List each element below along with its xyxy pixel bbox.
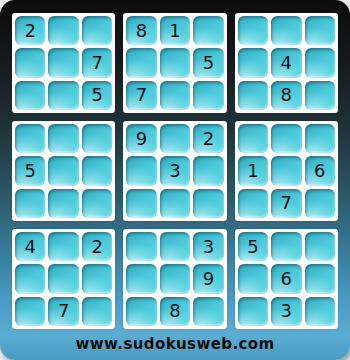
given-digit-r5c9: 6 [314,162,325,180]
cell-r2c7[interactable] [238,48,268,77]
given-digit-r9c2: 7 [58,302,69,320]
cell-r6c2[interactable] [48,189,78,218]
cell-r6c5[interactable] [160,189,190,218]
cell-r4c8[interactable] [271,124,301,153]
cell-r9c4[interactable] [126,297,156,326]
given-digit-r5c1: 5 [24,162,35,180]
cell-r1c6[interactable] [193,16,223,45]
cell-r1c2[interactable] [48,16,78,45]
cell-r2c2[interactable] [48,48,78,77]
cell-r9c5: 8 [160,297,190,326]
cell-r2c4[interactable] [126,48,156,77]
given-digit-r3c3: 5 [91,86,102,104]
cell-r6c1[interactable] [15,189,45,218]
cell-r5c9: 6 [305,156,335,185]
cell-r5c4[interactable] [126,156,156,185]
given-digit-r5c5: 3 [169,162,180,180]
cell-r6c7[interactable] [238,189,268,218]
cell-r8c8: 6 [271,264,301,293]
cell-r4c2[interactable] [48,124,78,153]
cell-r8c7[interactable] [238,264,268,293]
cell-r2c9[interactable] [305,48,335,77]
cell-r8c9[interactable] [305,264,335,293]
cell-r2c5[interactable] [160,48,190,77]
cell-r5c3[interactable] [82,156,112,185]
sudoku-box-7: 427 [12,229,115,329]
cell-r3c9[interactable] [305,81,335,110]
cell-r1c9[interactable] [305,16,335,45]
cell-r3c8: 8 [271,81,301,110]
cell-r5c7: 1 [238,156,268,185]
cell-r2c3: 7 [82,48,112,77]
cell-r5c2[interactable] [48,156,78,185]
given-digit-r1c1: 2 [24,22,35,40]
given-digit-r7c7: 5 [247,238,258,256]
given-digit-r7c3: 2 [91,238,102,256]
cell-r7c5[interactable] [160,232,190,261]
cell-r5c1: 5 [15,156,45,185]
cell-r1c8[interactable] [271,16,301,45]
given-digit-r8c6: 9 [203,270,214,288]
sudoku-box-1: 275 [12,13,115,113]
cell-r9c6[interactable] [193,297,223,326]
cell-r3c7[interactable] [238,81,268,110]
cell-r7c1: 4 [15,232,45,261]
cell-r6c3[interactable] [82,189,112,218]
cell-r4c5[interactable] [160,124,190,153]
cell-r3c1[interactable] [15,81,45,110]
cell-r4c1[interactable] [15,124,45,153]
cell-r2c1[interactable] [15,48,45,77]
cell-r9c7[interactable] [238,297,268,326]
sudoku-box-3: 48 [235,13,338,113]
cell-r5c5: 3 [160,156,190,185]
cell-r7c9[interactable] [305,232,335,261]
given-digit-r1c4: 8 [136,22,147,40]
given-digit-r3c4: 7 [136,86,147,104]
cell-r7c2[interactable] [48,232,78,261]
cell-r6c4[interactable] [126,189,156,218]
cell-r8c3[interactable] [82,264,112,293]
given-digit-r4c6: 2 [203,130,214,148]
cell-r4c7[interactable] [238,124,268,153]
given-digit-r1c5: 1 [169,22,180,40]
cell-r1c1: 2 [15,16,45,45]
cell-r4c9[interactable] [305,124,335,153]
cell-r7c7: 5 [238,232,268,261]
cell-r9c8: 3 [271,297,301,326]
cell-r9c2: 7 [48,297,78,326]
given-digit-r9c8: 3 [281,302,292,320]
cell-r3c6[interactable] [193,81,223,110]
sudoku-frame: 2758157485923167427398563 www.sudokusweb… [0,0,350,360]
cell-r6c8: 7 [271,189,301,218]
cell-r6c9[interactable] [305,189,335,218]
cell-r6c6[interactable] [193,189,223,218]
cell-r3c2[interactable] [48,81,78,110]
cell-r1c5: 1 [160,16,190,45]
sudoku-box-8: 398 [123,229,226,329]
given-digit-r7c1: 4 [24,238,35,256]
cell-r7c3: 2 [82,232,112,261]
sudoku-box-5: 923 [123,121,226,221]
cell-r8c1[interactable] [15,264,45,293]
cell-r8c4[interactable] [126,264,156,293]
cell-r1c4: 8 [126,16,156,45]
given-digit-r2c6: 5 [203,54,214,72]
given-digit-r9c5: 8 [169,302,180,320]
sudoku-box-6: 167 [235,121,338,221]
footer: www.sudokusweb.com [0,332,350,355]
cell-r3c4: 7 [126,81,156,110]
sudoku-box-9: 563 [235,229,338,329]
cell-r7c4[interactable] [126,232,156,261]
cell-r3c3: 5 [82,81,112,110]
cell-r3c5[interactable] [160,81,190,110]
cell-r7c6: 3 [193,232,223,261]
cell-r8c5[interactable] [160,264,190,293]
cell-r2c8: 4 [271,48,301,77]
cell-r1c7[interactable] [238,16,268,45]
cell-r8c2[interactable] [48,264,78,293]
given-digit-r8c8: 6 [281,270,292,288]
sudoku-board: 2758157485923167427398563 [12,13,338,329]
cell-r1c3[interactable] [82,16,112,45]
given-digit-r4c4: 9 [136,130,147,148]
cell-r9c1[interactable] [15,297,45,326]
sudoku-page: 2758157485923167427398563 www.sudokusweb… [0,0,350,360]
given-digit-r5c7: 1 [247,162,258,180]
given-digit-r2c3: 7 [91,54,102,72]
given-digit-r7c6: 3 [203,238,214,256]
cell-r5c8[interactable] [271,156,301,185]
sudoku-box-4: 5 [12,121,115,221]
cell-r8c6: 9 [193,264,223,293]
cell-r4c3[interactable] [82,124,112,153]
cell-r7c8[interactable] [271,232,301,261]
cell-r2c6: 5 [193,48,223,77]
cell-r9c3[interactable] [82,297,112,326]
given-digit-r2c8: 4 [281,54,292,72]
cell-r4c6: 2 [193,124,223,153]
given-digit-r3c8: 8 [281,86,292,104]
cell-r4c4: 9 [126,124,156,153]
sudoku-box-2: 8157 [123,13,226,113]
cell-r5c6[interactable] [193,156,223,185]
given-digit-r6c8: 7 [281,194,292,212]
cell-r9c9[interactable] [305,297,335,326]
site-url-text: www.sudokusweb.com [75,335,274,353]
